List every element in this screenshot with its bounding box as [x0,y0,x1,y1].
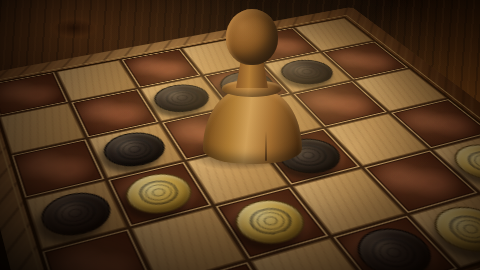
wooden-pawn-king[interactable] [203,6,303,164]
checker-gold[interactable] [226,194,316,251]
checker-gold[interactable] [119,168,201,220]
cell-r5c5-light[interactable] [132,208,245,270]
cell-r2c6-light[interactable] [410,195,480,268]
cell-r4c5-dark[interactable] [215,187,328,258]
cell-r3c6-dark[interactable] [333,215,458,270]
cell-r6c4-light[interactable] [26,181,128,250]
checker-gold[interactable] [443,140,480,186]
scene-photo [0,0,480,270]
cell-r6c3-dark[interactable] [12,139,105,198]
checker-black[interactable] [345,222,445,270]
checker-gold[interactable] [422,201,480,259]
cell-r1c5-light[interactable] [433,134,480,192]
cell-r5c4-dark[interactable] [109,162,211,226]
checker-black[interactable] [35,187,117,242]
cell-r2c5-dark[interactable] [365,151,477,213]
pawn-head [226,9,278,65]
checker-black[interactable] [98,128,173,172]
cell-r6c5-dark[interactable] [42,230,155,270]
pawn-body [203,88,302,164]
